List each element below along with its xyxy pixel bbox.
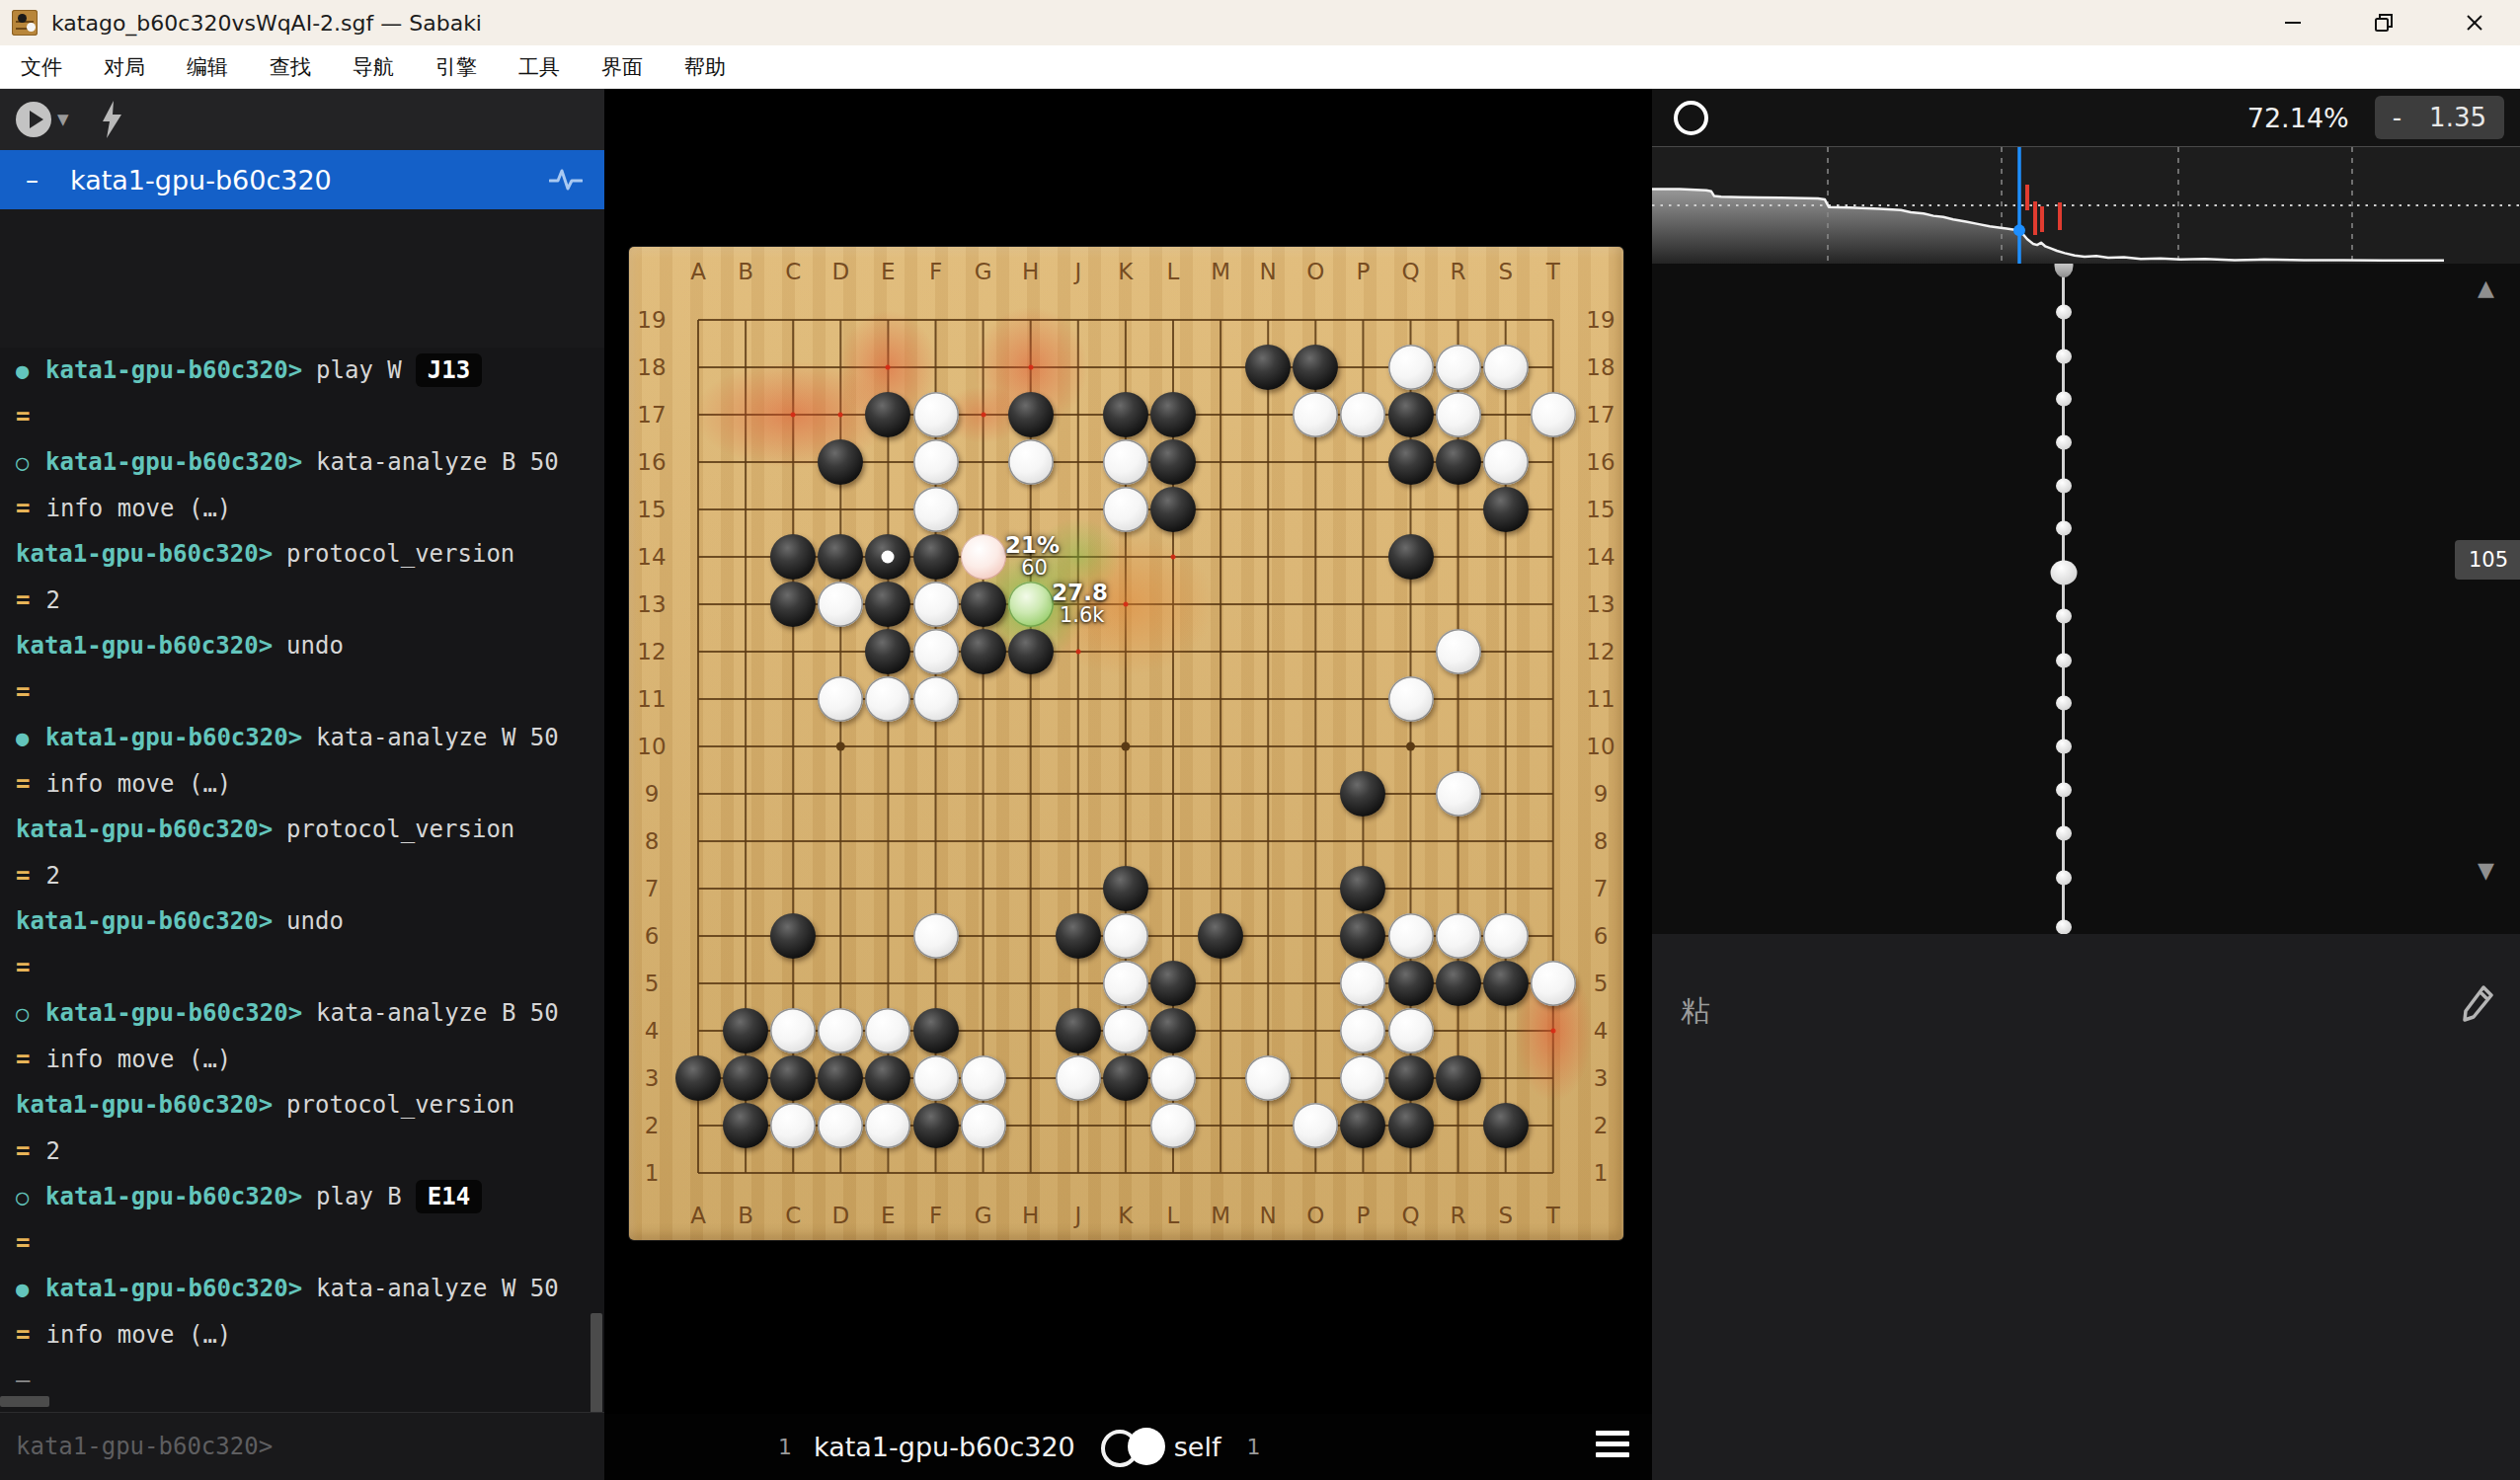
console-line: kata1-gpu-b60c320>protocol_version bbox=[0, 1082, 604, 1129]
gtp-console[interactable]: ●kata1-gpu-b60c320>play WJ13=○kata1-gpu-… bbox=[0, 348, 604, 1480]
candidate-visits: 1.6k bbox=[1035, 603, 1130, 627]
stone-white-G2 bbox=[961, 1103, 1006, 1148]
policy-dot bbox=[1028, 365, 1033, 370]
vertex-badge: J13 bbox=[416, 353, 482, 387]
tree-node-current[interactable] bbox=[2051, 561, 2078, 585]
console-line: kata1-gpu-b60c320>protocol_version bbox=[0, 807, 604, 853]
console-line: ○kata1-gpu-b60c320>kata-analyze B 50 bbox=[0, 990, 604, 1037]
window-controls bbox=[2247, 0, 2520, 45]
coord-label-right: 16 bbox=[1586, 449, 1614, 475]
vertex-badge: E14 bbox=[416, 1180, 482, 1213]
console-line: kata1-gpu-b60c320>undo bbox=[0, 623, 604, 669]
stone-black-H12 bbox=[1008, 629, 1054, 674]
coord-label-bottom: T bbox=[1546, 1203, 1560, 1228]
console-line: kata1-gpu-b60c320>undo bbox=[0, 898, 604, 945]
coord-label-top: L bbox=[1167, 259, 1180, 284]
stone-white-S18 bbox=[1483, 345, 1529, 390]
tree-node[interactable] bbox=[2056, 826, 2072, 841]
coord-label-top: O bbox=[1306, 259, 1324, 284]
board-area: AABBCCDDEEFFGGHHJJKKLLMMNNOOPPQQRRSSTT19… bbox=[604, 89, 1652, 1480]
menu-item-help[interactable]: 帮助 bbox=[664, 53, 747, 81]
start-engine-icon[interactable] bbox=[16, 102, 51, 137]
stone-white-K6 bbox=[1103, 913, 1148, 959]
menu-item-game[interactable]: 对局 bbox=[83, 53, 166, 81]
candidate-winrate: 27.8 bbox=[1033, 580, 1128, 605]
stone-white-F15 bbox=[913, 487, 959, 532]
stone-white-Q18 bbox=[1388, 345, 1434, 390]
lightning-icon[interactable] bbox=[99, 101, 124, 138]
tree-node[interactable] bbox=[2056, 392, 2072, 407]
stone-white-C2 bbox=[770, 1103, 816, 1148]
coord-label-top: J bbox=[1074, 259, 1081, 284]
title-bar: katago_b60c320vsWqAI-2.sgf — Sabaki bbox=[0, 0, 2520, 45]
stone-black-B2 bbox=[723, 1103, 768, 1148]
stone-black-R3 bbox=[1436, 1055, 1481, 1101]
coord-label-right: 14 bbox=[1586, 544, 1614, 570]
coord-label-right: 2 bbox=[1594, 1113, 1609, 1138]
tree-main-line bbox=[2062, 270, 2065, 921]
coord-label-right: 19 bbox=[1586, 307, 1614, 333]
coord-label-right: 8 bbox=[1594, 828, 1609, 854]
coord-label-top: Q bbox=[1401, 259, 1419, 284]
stone-black-L16 bbox=[1150, 439, 1196, 485]
tree-node[interactable] bbox=[2056, 920, 2072, 935]
tree-node[interactable] bbox=[2056, 740, 2072, 754]
score-lead-badge[interactable]: - 1.35 bbox=[2375, 96, 2504, 139]
console-line: kata1-gpu-b60c320>protocol_version bbox=[0, 531, 604, 578]
console-line: =2 bbox=[0, 1129, 604, 1175]
stone-black-R5 bbox=[1436, 961, 1481, 1006]
winrate-value: 72.14% bbox=[2247, 103, 2349, 133]
coord-label-left: 4 bbox=[645, 1018, 660, 1044]
stone-black-K17 bbox=[1103, 392, 1148, 437]
stone-white-K5 bbox=[1103, 961, 1148, 1006]
stone-white-E11 bbox=[865, 676, 910, 722]
stone-black-N18 bbox=[1245, 345, 1291, 390]
stone-white-E2 bbox=[865, 1103, 910, 1148]
stone-black-E17 bbox=[865, 392, 910, 437]
console-line: =info move (…) bbox=[0, 1037, 604, 1083]
stone-black-M6 bbox=[1198, 913, 1243, 959]
stone-black-E12 bbox=[865, 629, 910, 674]
coord-label-bottom: J bbox=[1074, 1203, 1081, 1228]
stone-black-K7 bbox=[1103, 866, 1148, 911]
coord-label-right: 5 bbox=[1594, 971, 1609, 996]
stone-white-O2 bbox=[1293, 1103, 1338, 1148]
coord-label-bottom: M bbox=[1211, 1203, 1230, 1228]
coord-label-right: 4 bbox=[1594, 1018, 1609, 1044]
coord-label-bottom: C bbox=[785, 1203, 801, 1228]
comment-panel: 粘 bbox=[1652, 934, 2520, 1480]
stone-black-O18 bbox=[1293, 345, 1338, 390]
minimize-button[interactable] bbox=[2247, 0, 2338, 45]
tree-node[interactable] bbox=[2056, 871, 2072, 886]
stone-black-L15 bbox=[1150, 487, 1196, 532]
coord-label-bottom: K bbox=[1118, 1203, 1133, 1228]
stone-white-G3 bbox=[961, 1055, 1006, 1101]
engine-sidebar: ▼ – kata1-gpu-b60c320 ●kata1-gpu-b60c320… bbox=[0, 89, 604, 1480]
coord-label-left: 17 bbox=[637, 402, 666, 428]
tree-node[interactable] bbox=[2056, 696, 2072, 711]
console-line: – bbox=[0, 1358, 604, 1404]
stone-black-J4 bbox=[1056, 1008, 1101, 1053]
console-line: ●kata1-gpu-b60c320>kata-analyze W 50 bbox=[0, 1266, 604, 1312]
tree-node[interactable] bbox=[2056, 479, 2072, 494]
stone-white-J3 bbox=[1056, 1055, 1101, 1101]
stone-white-F11 bbox=[913, 676, 959, 722]
stone-white-K4 bbox=[1103, 1008, 1148, 1053]
stone-black-S2 bbox=[1483, 1103, 1529, 1148]
stone-white-Q11 bbox=[1388, 676, 1434, 722]
black-captures: 1 bbox=[778, 1435, 792, 1459]
stone-white-Q4 bbox=[1388, 1008, 1434, 1053]
move-annotation: 粘 bbox=[1681, 991, 1710, 1032]
stone-black-A3 bbox=[675, 1055, 721, 1101]
menu-item-view[interactable]: 界面 bbox=[581, 53, 664, 81]
coord-label-top: P bbox=[1356, 259, 1370, 284]
coord-label-top: A bbox=[690, 259, 706, 284]
stone-white-F17 bbox=[913, 392, 959, 437]
goban[interactable]: AABBCCDDEEFFGGHHJJKKLLMMNNOOPPQQRRSSTT19… bbox=[629, 247, 1623, 1240]
edit-pencil-icon[interactable] bbox=[2460, 985, 2493, 1025]
coord-label-right: 18 bbox=[1586, 354, 1614, 380]
coord-label-top: D bbox=[831, 259, 849, 284]
stone-white-K15 bbox=[1103, 487, 1148, 532]
console-horizontal-scrollbar[interactable] bbox=[0, 1396, 49, 1407]
policy-dot bbox=[981, 413, 985, 418]
stone-black-Q17 bbox=[1388, 392, 1434, 437]
stone-black-Q14 bbox=[1388, 534, 1434, 580]
console-line: =info move (…) bbox=[0, 1312, 604, 1359]
stone-black-R16 bbox=[1436, 439, 1481, 485]
tree-node[interactable] bbox=[2056, 521, 2072, 536]
stone-black-B4 bbox=[723, 1008, 768, 1053]
stone-white-L2 bbox=[1150, 1103, 1196, 1148]
stone-black-C3 bbox=[770, 1055, 816, 1101]
scroll-down-icon[interactable]: ▼ bbox=[2478, 858, 2494, 883]
coord-label-left: 3 bbox=[645, 1065, 660, 1091]
stone-white-R18 bbox=[1436, 345, 1481, 390]
coord-label-bottom: F bbox=[929, 1203, 942, 1228]
coord-label-left: 10 bbox=[637, 734, 666, 759]
coord-label-top: E bbox=[881, 259, 896, 284]
coord-label-left: 8 bbox=[645, 828, 660, 854]
coord-label-right: 6 bbox=[1594, 923, 1609, 949]
coord-label-left: 16 bbox=[637, 449, 666, 475]
coord-label-top: R bbox=[1451, 259, 1466, 284]
stone-black-Q2 bbox=[1388, 1103, 1434, 1148]
stone-white-P17 bbox=[1340, 392, 1385, 437]
stone-black-P6 bbox=[1340, 913, 1385, 959]
coord-label-top: H bbox=[1022, 259, 1039, 284]
console-line: ○kata1-gpu-b60c320>play BE14 bbox=[0, 1174, 604, 1220]
stone-white-S16 bbox=[1483, 439, 1529, 485]
stone-black-S5 bbox=[1483, 961, 1529, 1006]
stone-black-P7 bbox=[1340, 866, 1385, 911]
coord-label-right: 1 bbox=[1594, 1160, 1609, 1186]
console-line: ●kata1-gpu-b60c320>kata-analyze W 50 bbox=[0, 715, 604, 761]
coord-label-bottom: H bbox=[1022, 1203, 1039, 1228]
coord-label-left: 14 bbox=[637, 544, 666, 570]
last-move-marker bbox=[882, 551, 895, 564]
coord-label-left: 12 bbox=[637, 639, 666, 664]
coord-label-bottom: Q bbox=[1401, 1203, 1419, 1228]
collapse-icon[interactable]: – bbox=[26, 165, 39, 195]
stone-white-O17 bbox=[1293, 392, 1338, 437]
coord-label-top: F bbox=[929, 259, 942, 284]
coord-label-bottom: B bbox=[738, 1203, 753, 1228]
engine-list-item[interactable]: – kata1-gpu-b60c320 bbox=[0, 150, 604, 209]
candidate-visits: 60 bbox=[987, 556, 1082, 580]
coord-label-top: M bbox=[1211, 259, 1230, 284]
coord-label-bottom: S bbox=[1498, 1203, 1513, 1228]
analysis-pulse-icon[interactable] bbox=[549, 167, 583, 193]
analysis-panel: 72.14% - 1.35 105 ▲ ▼ 粘 bbox=[1652, 89, 2520, 1480]
stone-black-G13 bbox=[961, 582, 1006, 627]
coord-label-left: 15 bbox=[637, 497, 666, 522]
policy-dot bbox=[791, 413, 796, 418]
stone-black-L17 bbox=[1150, 392, 1196, 437]
coord-label-right: 7 bbox=[1594, 876, 1609, 901]
coord-label-bottom: E bbox=[881, 1203, 896, 1228]
policy-dot bbox=[1171, 555, 1176, 560]
console-line: = bbox=[0, 945, 604, 991]
coord-label-top: B bbox=[738, 259, 753, 284]
coord-label-bottom: A bbox=[690, 1203, 706, 1228]
console-line: = bbox=[0, 669, 604, 716]
stone-black-J6 bbox=[1056, 913, 1101, 959]
stone-black-F4 bbox=[913, 1008, 959, 1053]
menu-bar: 文件 对局 编辑 查找 导航 引擎 工具 界面 帮助 bbox=[0, 45, 2520, 89]
stone-white-F6 bbox=[913, 913, 959, 959]
stone-white-D4 bbox=[818, 1008, 863, 1053]
coord-label-top: T bbox=[1546, 259, 1560, 284]
stone-white-H16 bbox=[1008, 439, 1054, 485]
stone-white-F16 bbox=[913, 439, 959, 485]
console-line: =info move (…) bbox=[0, 761, 604, 808]
stone-white-F13 bbox=[913, 582, 959, 627]
tree-node[interactable] bbox=[2056, 609, 2072, 624]
coord-label-right: 3 bbox=[1594, 1065, 1609, 1091]
coord-label-left: 11 bbox=[637, 686, 666, 712]
coord-label-bottom: N bbox=[1260, 1203, 1277, 1228]
coord-label-top: C bbox=[785, 259, 801, 284]
stone-black-K3 bbox=[1103, 1055, 1148, 1101]
stone-black-P9 bbox=[1340, 771, 1385, 817]
candidate-winrate: 21% bbox=[985, 532, 1080, 558]
console-line: =2 bbox=[0, 853, 604, 899]
stone-white-D2 bbox=[818, 1103, 863, 1148]
console-line: ○kata1-gpu-b60c320>kata-analyze B 50 bbox=[0, 439, 604, 486]
stone-black-D14 bbox=[818, 534, 863, 580]
coord-label-bottom: R bbox=[1451, 1203, 1466, 1228]
stone-white-L3 bbox=[1150, 1055, 1196, 1101]
stone-black-Q3 bbox=[1388, 1055, 1434, 1101]
stone-white-D11 bbox=[818, 676, 863, 722]
engine-name: kata1-gpu-b60c320 bbox=[70, 165, 332, 195]
app-icon bbox=[12, 10, 38, 36]
scroll-up-icon[interactable]: ▲ bbox=[2478, 275, 2494, 300]
coord-label-bottom: G bbox=[975, 1203, 992, 1228]
close-button[interactable] bbox=[2429, 0, 2520, 45]
stone-white-F12 bbox=[913, 629, 959, 674]
stone-black-D3 bbox=[818, 1055, 863, 1101]
coord-label-left: 13 bbox=[637, 591, 666, 617]
policy-dot bbox=[1075, 650, 1080, 655]
black-player-name: kata1-gpu-b60c320 bbox=[814, 1432, 1075, 1462]
policy-dot bbox=[886, 365, 891, 370]
stone-white-K16 bbox=[1103, 439, 1148, 485]
coord-label-top: G bbox=[975, 259, 992, 284]
coord-label-right: 13 bbox=[1586, 591, 1614, 617]
white-player-name: self bbox=[1174, 1432, 1221, 1462]
move-number-badge: 105 bbox=[2455, 540, 2520, 580]
stone-white-P5 bbox=[1340, 961, 1385, 1006]
console-line: = bbox=[0, 1220, 604, 1267]
winrate-graph[interactable] bbox=[1652, 146, 2520, 264]
console-line: = bbox=[0, 394, 604, 440]
coord-label-top: K bbox=[1118, 259, 1133, 284]
tree-node[interactable] bbox=[2056, 305, 2072, 320]
stone-white-N3 bbox=[1245, 1055, 1291, 1101]
stone-white-S6 bbox=[1483, 913, 1529, 959]
stone-white-T5 bbox=[1531, 961, 1576, 1006]
stone-black-F14 bbox=[913, 534, 959, 580]
coord-label-bottom: O bbox=[1306, 1203, 1324, 1228]
policy-dot bbox=[838, 413, 843, 418]
coord-label-left: 5 bbox=[645, 971, 660, 996]
stone-white-R6 bbox=[1436, 913, 1481, 959]
stone-black-P2 bbox=[1340, 1103, 1385, 1148]
window-title: katago_b60c320vsWqAI-2.sgf — Sabaki bbox=[51, 11, 482, 36]
stone-black-B3 bbox=[723, 1055, 768, 1101]
menu-item-navigation[interactable]: 导航 bbox=[332, 53, 415, 81]
menu-item-find[interactable]: 查找 bbox=[249, 53, 332, 81]
coord-label-right: 15 bbox=[1586, 497, 1614, 522]
console-input[interactable]: kata1-gpu-b60c320> bbox=[0, 1412, 604, 1480]
restore-button[interactable] bbox=[2338, 0, 2429, 45]
stone-white-R17 bbox=[1436, 392, 1481, 437]
stone-black-E13 bbox=[865, 582, 910, 627]
stone-white-P4 bbox=[1340, 1008, 1385, 1053]
tree-node[interactable] bbox=[2056, 654, 2072, 668]
coord-label-left: 1 bbox=[645, 1160, 660, 1186]
stone-white-E4 bbox=[865, 1008, 910, 1053]
stone-black-G12 bbox=[961, 629, 1006, 674]
menu-item-file[interactable]: 文件 bbox=[0, 53, 83, 81]
coord-label-right: 17 bbox=[1586, 402, 1614, 428]
stone-black-Q16 bbox=[1388, 439, 1434, 485]
coord-label-top: S bbox=[1498, 259, 1513, 284]
coord-label-top: N bbox=[1260, 259, 1277, 284]
coord-label-left: 18 bbox=[637, 354, 666, 380]
console-line: =info move (…) bbox=[0, 486, 604, 532]
stone-black-F2 bbox=[913, 1103, 959, 1148]
coord-label-bottom: L bbox=[1167, 1203, 1180, 1228]
menu-item-tools[interactable]: 工具 bbox=[498, 53, 581, 81]
coord-label-left: 6 bbox=[645, 923, 660, 949]
console-line: ●kata1-gpu-b60c320>play WJ13 bbox=[0, 348, 604, 394]
coord-label-right: 11 bbox=[1586, 686, 1614, 712]
coord-label-bottom: D bbox=[831, 1203, 849, 1228]
tree-slider-thumb[interactable] bbox=[2055, 264, 2074, 277]
stone-black-C6 bbox=[770, 913, 816, 959]
coord-label-left: 2 bbox=[645, 1113, 660, 1138]
white-stone-icon bbox=[1128, 1428, 1165, 1465]
stone-white-P3 bbox=[1340, 1055, 1385, 1101]
menu-item-edit[interactable]: 编辑 bbox=[166, 53, 249, 81]
coord-label-right: 9 bbox=[1594, 781, 1609, 807]
player-bar: 1 kata1-gpu-b60c320 self 1 bbox=[604, 1414, 1652, 1480]
stone-black-L5 bbox=[1150, 961, 1196, 1006]
menu-hamburger-icon[interactable] bbox=[1596, 1431, 1629, 1462]
stone-black-S15 bbox=[1483, 487, 1529, 532]
coord-label-right: 10 bbox=[1586, 734, 1614, 759]
policy-dot bbox=[1550, 1029, 1555, 1034]
stone-black-L4 bbox=[1150, 1008, 1196, 1053]
sabaki-window: katago_b60c320vsWqAI-2.sgf — Sabaki 文件 对… bbox=[0, 0, 2520, 1480]
stone-black-D16 bbox=[818, 439, 863, 485]
stone-white-T17 bbox=[1531, 392, 1576, 437]
coord-label-bottom: P bbox=[1356, 1203, 1370, 1228]
game-tree[interactable]: 105 ▲ ▼ bbox=[1652, 264, 2520, 934]
engine-toolbar: ▼ bbox=[0, 89, 604, 150]
console-input-prompt: kata1-gpu-b60c320> bbox=[16, 1433, 273, 1460]
coord-label-left: 9 bbox=[645, 781, 660, 807]
stone-black-C13 bbox=[770, 582, 816, 627]
coord-label-right: 12 bbox=[1586, 639, 1614, 664]
tree-node[interactable] bbox=[2056, 783, 2072, 798]
coord-label-left: 19 bbox=[637, 307, 666, 333]
stone-white-F3 bbox=[913, 1055, 959, 1101]
tree-node[interactable] bbox=[2056, 350, 2072, 364]
stone-black-Q5 bbox=[1388, 961, 1434, 1006]
stone-white-R12 bbox=[1436, 629, 1481, 674]
stone-white-Q6 bbox=[1388, 913, 1434, 959]
stone-black-H17 bbox=[1008, 392, 1054, 437]
white-captures: 1 bbox=[1246, 1435, 1260, 1459]
chevron-down-icon[interactable]: ▼ bbox=[57, 111, 69, 128]
turn-toggle-icon[interactable] bbox=[1101, 1428, 1166, 1467]
stone-black-E3 bbox=[865, 1055, 910, 1101]
winrate-bar: 72.14% - 1.35 bbox=[1652, 89, 2520, 146]
coord-label-left: 7 bbox=[645, 876, 660, 901]
white-to-move-icon bbox=[1674, 101, 1708, 135]
stone-white-R9 bbox=[1436, 771, 1481, 817]
stone-white-C4 bbox=[770, 1008, 816, 1053]
tree-node[interactable] bbox=[2056, 435, 2072, 450]
console-line: =2 bbox=[0, 578, 604, 624]
stone-white-D13 bbox=[818, 582, 863, 627]
menu-item-engine[interactable]: 引擎 bbox=[415, 53, 498, 81]
stone-black-C14 bbox=[770, 534, 816, 580]
